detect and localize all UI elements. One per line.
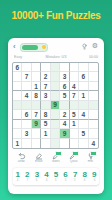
- sudoku-cell[interactable]: [79, 82, 88, 91]
- lightbulb-icon[interactable]: [80, 42, 88, 50]
- sudoku-cell[interactable]: [32, 63, 41, 72]
- numpad-6[interactable]: 65: [61, 168, 71, 185]
- sudoku-cell[interactable]: [22, 139, 31, 148]
- sudoku-cell[interactable]: 4: [89, 139, 98, 148]
- sudoku-cell[interactable]: [79, 120, 88, 129]
- bulb-icon: [87, 152, 95, 160]
- sudoku-cell[interactable]: 9: [32, 120, 41, 129]
- sudoku-cell[interactable]: [79, 63, 88, 72]
- undo-icon: [18, 152, 26, 160]
- numpad-7[interactable]: 75: [70, 168, 80, 185]
- action-label: Hint: [88, 160, 93, 163]
- sudoku-cell[interactable]: 5: [70, 110, 79, 119]
- sudoku-cell[interactable]: 3: [22, 129, 31, 138]
- sudoku-cell[interactable]: [13, 101, 22, 110]
- action-label: Undo: [18, 160, 25, 163]
- gear-icon[interactable]: ⚙: [91, 42, 99, 50]
- sudoku-cell[interactable]: 4: [79, 110, 88, 119]
- sudoku-cell[interactable]: [70, 63, 79, 72]
- sudoku-cell[interactable]: [60, 139, 69, 148]
- sudoku-cell[interactable]: 2: [41, 72, 50, 81]
- numpad-count: 6: [84, 179, 86, 181]
- action-label: Quick: [70, 160, 77, 163]
- sudoku-cell[interactable]: 4: [60, 120, 69, 129]
- sudoku-cell[interactable]: [32, 101, 41, 110]
- sudoku-cell[interactable]: [13, 91, 22, 100]
- sudoku-cell[interactable]: [89, 91, 98, 100]
- sudoku-cell[interactable]: 3: [41, 91, 50, 100]
- sudoku-board: 67236176448357196782549541319514: [12, 62, 99, 149]
- erase-button[interactable]: Erase: [31, 152, 46, 165]
- progress-bar: [22, 45, 38, 50]
- sudoku-cell[interactable]: [51, 139, 60, 148]
- numpad-count: 7: [26, 179, 28, 181]
- numpad-count: 5: [55, 179, 57, 181]
- sudoku-cell[interactable]: [89, 110, 98, 119]
- sudoku-cell[interactable]: [89, 82, 98, 91]
- sudoku-cell[interactable]: [89, 101, 98, 110]
- difficulty-label: Easy: [14, 55, 22, 59]
- action-label: Erase: [35, 160, 43, 163]
- back-icon[interactable]: ‹: [13, 42, 16, 51]
- sudoku-cell[interactable]: 7: [32, 110, 41, 119]
- number-pad: 142736445565758696: [13, 168, 99, 185]
- badge: [55, 151, 62, 156]
- sudoku-cell[interactable]: 8: [41, 110, 50, 119]
- sudoku-cell[interactable]: [51, 63, 60, 72]
- eraser-icon: [35, 152, 43, 160]
- banner-title: 10000+ Fun Puzzles: [0, 10, 112, 21]
- sudoku-cell[interactable]: [89, 120, 98, 129]
- action-label: Notes: [52, 160, 60, 163]
- sudoku-cell[interactable]: [13, 110, 22, 119]
- sudoku-cell[interactable]: 8: [32, 91, 41, 100]
- sudoku-cell[interactable]: 7: [22, 72, 31, 81]
- sudoku-cell[interactable]: 1: [70, 120, 79, 129]
- sudoku-cell[interactable]: [22, 63, 31, 72]
- numpad-1[interactable]: 14: [13, 168, 23, 185]
- sudoku-cell[interactable]: 7: [41, 82, 50, 91]
- sudoku-cell[interactable]: 9: [60, 129, 69, 138]
- sudoku-cell[interactable]: [13, 120, 22, 129]
- sudoku-cell[interactable]: [70, 101, 79, 110]
- sudoku-cell[interactable]: 7: [70, 91, 79, 100]
- sudoku-cell[interactable]: [13, 129, 22, 138]
- numpad-count: 5: [74, 179, 76, 181]
- numpad-3[interactable]: 36: [32, 168, 42, 185]
- sudoku-cell[interactable]: 9: [51, 101, 60, 110]
- numpad-2[interactable]: 27: [23, 168, 33, 185]
- game-header: ‹ ⚙: [12, 42, 100, 51]
- sudoku-cell[interactable]: 1: [32, 82, 41, 91]
- sudoku-cell[interactable]: [41, 139, 50, 148]
- app-store-screenshot: 10000+ Fun Puzzles ‹ ⚙ Easy Mistakes: 0/…: [0, 0, 112, 200]
- sudoku-cell[interactable]: [89, 72, 98, 81]
- notes-button[interactable]: Notes: [49, 152, 64, 165]
- sudoku-cell[interactable]: 1: [13, 139, 22, 148]
- numpad-9[interactable]: 96: [89, 168, 99, 185]
- sudoku-cell[interactable]: [32, 72, 41, 81]
- sudoku-cell[interactable]: [22, 120, 31, 129]
- sudoku-cell[interactable]: 1: [79, 91, 88, 100]
- sudoku-cell[interactable]: [32, 139, 41, 148]
- sudoku-cell[interactable]: 2: [60, 110, 69, 119]
- numpad-count: 6: [93, 179, 95, 181]
- sudoku-cell[interactable]: [79, 101, 88, 110]
- sudoku-cell[interactable]: [32, 129, 41, 138]
- numpad-4[interactable]: 44: [42, 168, 52, 185]
- sudoku-cell[interactable]: [89, 129, 98, 138]
- sudoku-cell[interactable]: [51, 72, 60, 81]
- sudoku-cell[interactable]: 5: [60, 91, 69, 100]
- sudoku-cell[interactable]: [60, 63, 69, 72]
- sudoku-cell[interactable]: [51, 120, 60, 129]
- sudoku-cell[interactable]: [41, 63, 50, 72]
- numpad-8[interactable]: 86: [80, 168, 90, 185]
- numpad-count: 4: [46, 179, 48, 181]
- sudoku-cell[interactable]: [70, 139, 79, 148]
- sudoku-cell[interactable]: [51, 82, 60, 91]
- numpad-count: 6: [36, 179, 38, 181]
- sudoku-cell[interactable]: 6: [60, 82, 69, 91]
- sudoku-cell[interactable]: [70, 129, 79, 138]
- sudoku-cell[interactable]: 4: [70, 82, 79, 91]
- badge: [90, 151, 97, 156]
- sudoku-cell[interactable]: [51, 129, 60, 138]
- reward-dot-icon: [42, 45, 46, 49]
- sudoku-cell[interactable]: [22, 101, 31, 110]
- numpad-count: 5: [65, 179, 67, 181]
- sudoku-cell[interactable]: 6: [13, 63, 22, 72]
- sudoku-cell[interactable]: [70, 72, 79, 81]
- quick-pencil-icon: [69, 152, 77, 160]
- sudoku-cell[interactable]: [51, 91, 60, 100]
- sudoku-cell[interactable]: 1: [41, 129, 50, 138]
- action-toolbar: UndoEraseNotesQuickHint: [14, 152, 98, 165]
- mistakes-label: Mistakes: 0/3: [45, 55, 66, 59]
- sudoku-cell[interactable]: [89, 63, 98, 72]
- sudoku-cell[interactable]: [22, 82, 31, 91]
- timer-label: 00:00: [89, 55, 98, 59]
- numpad-5[interactable]: 55: [51, 168, 61, 185]
- sudoku-cell[interactable]: 4: [22, 91, 31, 100]
- sudoku-cell[interactable]: 6: [79, 72, 88, 81]
- sudoku-cell[interactable]: 5: [79, 129, 88, 138]
- hint-button[interactable]: Hint: [83, 152, 98, 165]
- sudoku-cell[interactable]: 6: [22, 110, 31, 119]
- level-progress-pill[interactable]: [20, 43, 48, 52]
- undo-button[interactable]: Undo: [14, 152, 29, 165]
- sudoku-cell[interactable]: 5: [41, 120, 50, 129]
- sudoku-cell[interactable]: [41, 101, 50, 110]
- sudoku-cell[interactable]: [13, 82, 22, 91]
- numpad-count: 4: [17, 179, 19, 181]
- status-bar: Easy Mistakes: 0/3 00:00: [14, 54, 98, 60]
- badge: [72, 151, 79, 156]
- sudoku-cell[interactable]: [60, 101, 69, 110]
- pencil-icon: [52, 152, 60, 160]
- sudoku-cell[interactable]: 3: [60, 72, 69, 81]
- sudoku-cell[interactable]: [79, 139, 88, 148]
- quick-button[interactable]: Quick: [66, 152, 81, 165]
- sudoku-cell[interactable]: [13, 72, 22, 81]
- phone-screenshot-card: ‹ ⚙ Easy Mistakes: 0/3 00:00 67236176448…: [8, 38, 104, 194]
- sudoku-cell[interactable]: [51, 110, 60, 119]
